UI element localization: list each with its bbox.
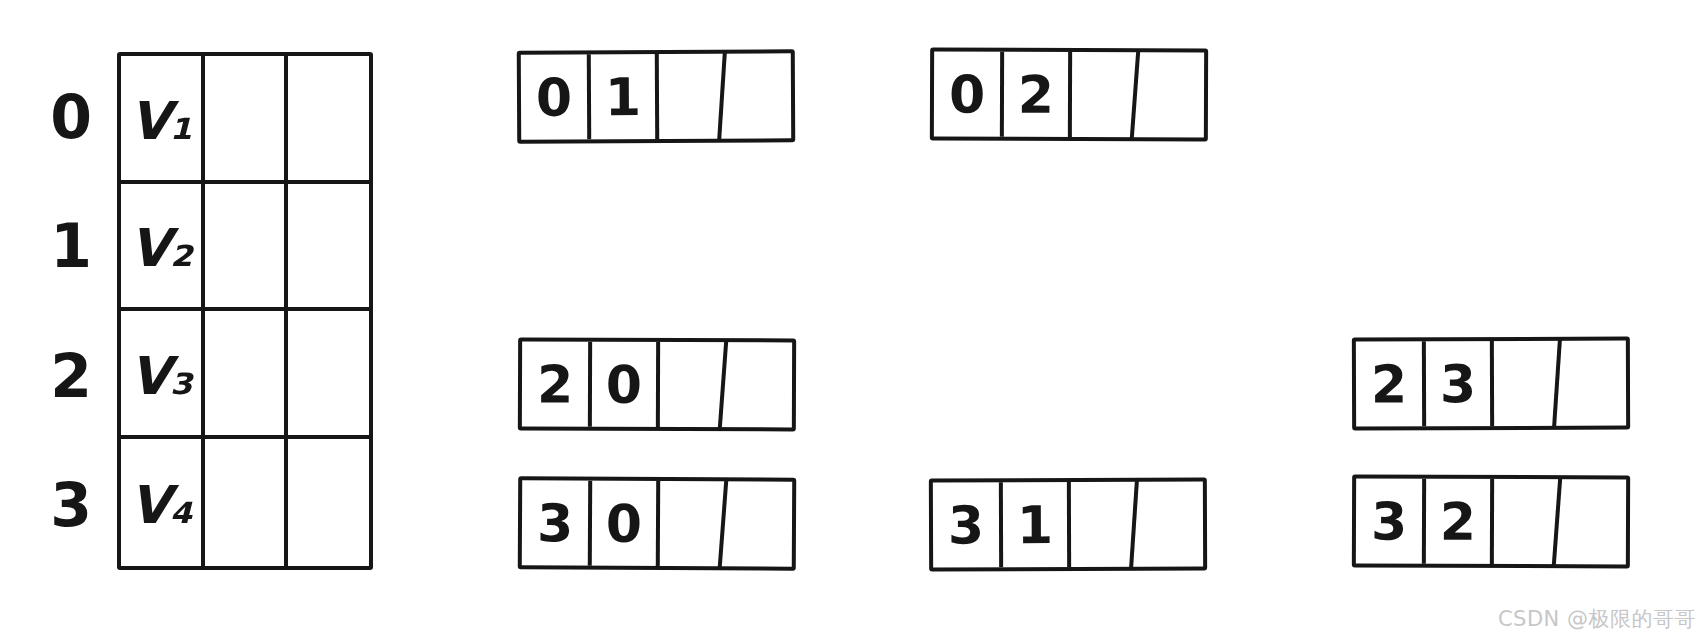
slanted-divider-line [1552,338,1562,429]
head-index-cell: 1 [1003,482,1071,567]
arc-node-2-3: 2 3 [1352,337,1630,431]
vertex-label: V₁ [130,91,193,151]
head-index-cell: 2 [1426,479,1494,564]
vertex-label: V₂ [130,218,193,278]
vertex-table-row-1: V₂ [121,184,369,312]
slanted-divider-line [1551,476,1562,567]
tail-index-cell: 3 [1356,479,1426,564]
pointer-cells [1071,482,1204,567]
pointer-cell [205,439,288,567]
head-index-cell: 2 [1004,52,1072,137]
pointer-cells [658,53,791,139]
tail-index-cell: 0 [934,52,1004,137]
pointer-cell [288,311,369,435]
vertex-table-row-0: V₁ [121,56,369,184]
hand-drawn-adjacency-list-diagram: 0 1 2 3 V₁ V₂ V₃ V₄ [0,0,1706,642]
tail-index-cell: 0 [521,54,592,139]
head-index-cell: 0 [592,342,660,427]
tail-index-cell: 3 [933,482,1003,567]
pointer-cell [288,56,369,180]
vertex-table: V₁ V₂ V₃ V₄ [117,52,373,570]
arc-node-3-0: 3 0 [518,476,796,570]
slanted-divider-line [717,478,728,569]
head-index-cell: 1 [591,54,659,139]
pointer-cell [205,56,288,180]
pointer-cell [205,311,288,435]
slanted-divider-line [1129,479,1139,570]
pointer-cell [288,439,369,567]
row-index-label-0: 0 [38,52,104,181]
slanted-divider-line [717,51,727,142]
vertex-data-cell-0: V₁ [121,56,205,180]
arc-node-2-0: 2 0 [518,338,796,432]
pointer-cells [1494,341,1627,426]
csdn-watermark: CSDN @极限的哥哥 [1498,605,1696,633]
arc-node-0-2: 0 2 [930,48,1208,142]
pointer-cells [659,481,792,567]
head-index-cell: 0 [592,481,660,566]
arc-node-0-1: 0 1 [517,49,795,143]
vertex-table-row-2: V₃ [121,311,369,439]
arc-node-3-1: 3 1 [929,478,1207,572]
pointer-cell [288,184,369,308]
pointer-cells [1494,479,1627,564]
pointer-cells [660,342,793,427]
row-index-label-1: 1 [38,181,104,310]
vertex-table-row-3: V₄ [121,439,369,567]
slanted-divider-line [717,339,728,430]
vertex-data-cell-3: V₄ [121,439,205,567]
tail-index-cell: 2 [1356,341,1426,426]
vertex-label: V₃ [130,346,193,406]
tail-index-cell: 2 [522,342,592,427]
arc-node-3-2: 3 2 [1352,475,1630,569]
slanted-divider-line [1129,49,1140,140]
vertex-data-cell-1: V₂ [121,184,205,308]
row-index-label-3: 3 [38,440,104,569]
tail-index-cell: 3 [522,480,593,565]
vertex-data-cell-2: V₃ [121,311,205,435]
vertex-label: V₄ [130,475,193,535]
pointer-cells [1072,52,1205,137]
pointer-cell [205,184,288,308]
head-index-cell: 3 [1426,341,1494,426]
row-index-label-2: 2 [38,311,104,440]
